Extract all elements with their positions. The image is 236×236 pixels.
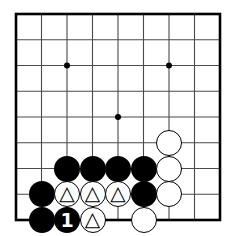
triangle-mark: △ — [85, 183, 100, 203]
black-stone — [131, 181, 157, 207]
triangle-mark: △ — [59, 183, 74, 203]
black-stone — [80, 156, 106, 182]
triangle-mark: △ — [110, 183, 125, 203]
go-problem-diagram: △△△1△ — [0, 0, 236, 236]
white-stone — [156, 181, 182, 207]
black-stone — [105, 156, 131, 182]
white-stone — [156, 156, 182, 182]
black-stone — [54, 156, 80, 182]
white-stone: △ — [105, 181, 131, 207]
black-stone — [29, 181, 55, 207]
white-stone: △ — [80, 181, 106, 207]
black-stone — [29, 207, 55, 233]
black-stone — [131, 156, 157, 182]
white-stone — [131, 207, 157, 233]
triangle-mark: △ — [85, 209, 100, 229]
white-stone: △ — [54, 181, 80, 207]
go-board: △△△1△ — [0, 0, 236, 236]
black-stone: 1 — [54, 207, 80, 233]
move-number-label: 1 — [60, 211, 73, 230]
white-stone: △ — [80, 207, 106, 233]
white-stone — [156, 130, 182, 156]
stones-layer: △△△1△ — [0, 0, 236, 236]
